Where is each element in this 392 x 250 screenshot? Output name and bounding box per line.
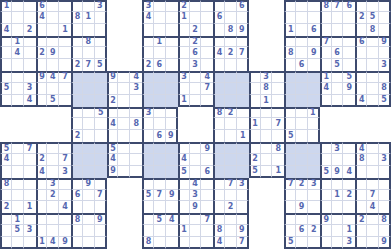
cell-r0c14[interactable]	[166, 0, 178, 12]
cell-r11c18[interactable]	[213, 130, 225, 142]
cell-r3c25[interactable]	[296, 36, 308, 48]
cell-r16c3[interactable]	[36, 190, 48, 202]
cell-r19c32[interactable]	[379, 225, 391, 237]
cell-r18c3[interactable]	[36, 213, 48, 225]
cell-r0c26[interactable]	[308, 0, 320, 12]
cell-r19c12[interactable]	[142, 225, 154, 237]
cell-r17c4[interactable]	[47, 201, 59, 213]
cell-r2c13[interactable]	[154, 24, 166, 36]
cell-r1c20[interactable]	[237, 12, 249, 24]
cell-r13c4[interactable]	[47, 154, 59, 166]
cell-r11c12[interactable]	[142, 130, 154, 142]
cell-r12c5[interactable]	[59, 142, 71, 154]
cell-r8c14[interactable]	[166, 95, 178, 107]
cell-r7c4[interactable]	[47, 83, 59, 95]
cell-r1c32[interactable]	[379, 12, 391, 24]
cell-r11c9[interactable]	[107, 130, 119, 142]
cell-r16c15[interactable]	[178, 190, 190, 202]
cell-r13c13[interactable]	[154, 154, 166, 166]
cell-r3c26[interactable]	[308, 36, 320, 48]
cell-r1c8[interactable]	[95, 12, 107, 24]
cell-r15c18[interactable]	[213, 178, 225, 190]
cell-r16c32[interactable]	[379, 190, 391, 202]
cell-r17c6[interactable]	[71, 201, 83, 213]
cell-r4c7[interactable]	[83, 47, 95, 59]
cell-r19c14[interactable]	[166, 225, 178, 237]
cell-r3c8[interactable]	[95, 36, 107, 48]
cell-r0c4[interactable]	[47, 0, 59, 12]
cell-r18c24[interactable]	[284, 213, 296, 225]
cell-r4c17[interactable]	[201, 47, 213, 59]
cell-r0c7[interactable]	[83, 0, 95, 12]
cell-r4c5[interactable]	[59, 47, 71, 59]
cell-r2c15[interactable]	[178, 24, 190, 36]
cell-r0c30[interactable]	[355, 0, 367, 12]
cell-r13c14[interactable]	[166, 154, 178, 166]
cell-r11c8[interactable]	[95, 130, 107, 142]
cell-r0c13[interactable]	[154, 0, 166, 12]
cell-r14c24[interactable]	[284, 166, 296, 178]
cell-r3c4[interactable]	[47, 36, 59, 48]
cell-r7c26[interactable]	[308, 83, 320, 95]
cell-r8c28[interactable]	[332, 95, 344, 107]
cell-r14c22[interactable]	[261, 166, 273, 178]
cell-r4c30[interactable]	[355, 47, 367, 59]
cell-r3c3[interactable]	[36, 36, 48, 48]
cell-r3c15[interactable]	[178, 36, 190, 48]
cell-r6c8[interactable]	[95, 71, 107, 83]
cell-r5c14[interactable]	[166, 59, 178, 71]
cell-r10c13[interactable]	[154, 118, 166, 130]
cell-r10c26[interactable]	[308, 118, 320, 130]
cell-r6c6[interactable]	[71, 71, 83, 83]
cell-r7c13[interactable]	[154, 83, 166, 95]
cell-r10c12[interactable]	[142, 118, 154, 130]
cell-r4c31[interactable]	[367, 47, 379, 59]
cell-r12c19[interactable]	[225, 142, 237, 154]
cell-r19c0[interactable]	[0, 225, 12, 237]
cell-r6c7[interactable]	[83, 71, 95, 83]
cell-r19c13[interactable]	[154, 225, 166, 237]
cell-r20c30[interactable]	[355, 237, 367, 249]
cell-r14c10[interactable]	[118, 166, 130, 178]
cell-r12c27[interactable]	[320, 142, 332, 154]
cell-r2c18[interactable]	[213, 24, 225, 36]
cell-r12c12[interactable]	[142, 142, 154, 154]
cell-r9c25[interactable]	[296, 107, 308, 119]
cell-r5c29[interactable]	[343, 59, 355, 71]
cell-r5c30[interactable]	[355, 59, 367, 71]
cell-r11c25[interactable]	[296, 130, 308, 142]
cell-r1c17[interactable]	[201, 12, 213, 24]
cell-r17c26[interactable]	[308, 201, 320, 213]
cell-r15c32[interactable]	[379, 178, 391, 190]
cell-r0c17[interactable]	[201, 0, 213, 12]
cell-r9c22[interactable]	[261, 107, 273, 119]
cell-r17c32[interactable]	[379, 201, 391, 213]
cell-r2c14[interactable]	[166, 24, 178, 36]
cell-r14c18[interactable]	[213, 166, 225, 178]
cell-r10c24[interactable]	[284, 118, 296, 130]
cell-r12c16[interactable]	[190, 142, 202, 154]
cell-r5c2[interactable]	[24, 59, 36, 71]
cell-r15c17[interactable]	[201, 178, 213, 190]
cell-r15c5[interactable]	[59, 178, 71, 190]
cell-r20c8[interactable]	[95, 237, 107, 249]
cell-r14c19[interactable]	[225, 166, 237, 178]
cell-r13c26[interactable]	[308, 154, 320, 166]
cell-r18c25[interactable]	[296, 213, 308, 225]
cell-r17c18[interactable]	[213, 201, 225, 213]
cell-r15c14[interactable]	[166, 178, 178, 190]
cell-r20c26[interactable]	[308, 237, 320, 249]
cell-r8c12[interactable]	[142, 95, 154, 107]
cell-r13c17[interactable]	[201, 154, 213, 166]
cell-r5c31[interactable]	[367, 59, 379, 71]
cell-r12c22[interactable]	[261, 142, 273, 154]
cell-r7c28[interactable]	[332, 83, 344, 95]
cell-r7c19[interactable]	[225, 83, 237, 95]
cell-r6c32[interactable]	[379, 71, 391, 83]
cell-r0c1[interactable]	[12, 0, 24, 12]
cell-r10c14[interactable]	[166, 118, 178, 130]
cell-r1c28[interactable]	[332, 12, 344, 24]
cell-r7c12[interactable]	[142, 83, 154, 95]
cell-r8c5[interactable]	[59, 95, 71, 107]
cell-r9c13[interactable]	[154, 107, 166, 119]
cell-r1c13[interactable]	[154, 12, 166, 24]
cell-r12c11[interactable]	[130, 142, 142, 154]
cell-r9c9[interactable]	[107, 107, 119, 119]
cell-r9c14[interactable]	[166, 107, 178, 119]
cell-r13c12[interactable]	[142, 154, 154, 166]
cell-r13c1[interactable]	[12, 154, 24, 166]
cell-r17c8[interactable]	[95, 201, 107, 213]
cell-r5c24[interactable]	[284, 59, 296, 71]
cell-r18c28[interactable]	[332, 213, 344, 225]
cell-r20c15[interactable]	[178, 237, 190, 249]
cell-r17c30[interactable]	[355, 201, 367, 213]
cell-r14c4[interactable]	[47, 166, 59, 178]
cell-r5c26[interactable]	[308, 59, 320, 71]
cell-r19c7[interactable]	[83, 225, 95, 237]
cell-r12c29[interactable]	[343, 142, 355, 154]
cell-r13c19[interactable]	[225, 154, 237, 166]
cell-r6c24[interactable]	[284, 71, 296, 83]
cell-r18c31[interactable]	[367, 213, 379, 225]
cell-r1c4[interactable]	[47, 12, 59, 24]
cell-r12c31[interactable]	[367, 142, 379, 154]
cell-r14c31[interactable]	[367, 166, 379, 178]
cell-r16c19[interactable]	[225, 190, 237, 202]
cell-r20c17[interactable]	[201, 237, 213, 249]
cell-r16c30[interactable]	[355, 190, 367, 202]
cell-r7c3[interactable]	[36, 83, 48, 95]
cell-r7c20[interactable]	[237, 83, 249, 95]
cell-r15c31[interactable]	[367, 178, 379, 190]
cell-r0c6[interactable]	[71, 0, 83, 12]
cell-r15c30[interactable]	[355, 178, 367, 190]
cell-r19c6[interactable]	[71, 225, 83, 237]
cell-r16c18[interactable]	[213, 190, 225, 202]
cell-r4c6[interactable]	[71, 47, 83, 59]
cell-r10c7[interactable]	[83, 118, 95, 130]
cell-r7c15[interactable]	[178, 83, 190, 95]
cell-r13c20[interactable]	[237, 154, 249, 166]
cell-r16c17[interactable]	[201, 190, 213, 202]
cell-r19c8[interactable]	[95, 225, 107, 237]
cell-r10c18[interactable]	[213, 118, 225, 130]
cell-r10c25[interactable]	[296, 118, 308, 130]
cell-r11c23[interactable]	[272, 130, 284, 142]
cell-r17c14[interactable]	[166, 201, 178, 213]
cell-r17c20[interactable]	[237, 201, 249, 213]
cell-r17c1[interactable]	[12, 201, 24, 213]
cell-r0c32[interactable]	[379, 0, 391, 12]
cell-r13c29[interactable]	[343, 154, 355, 166]
cell-r18c12[interactable]	[142, 213, 154, 225]
cell-r0c16[interactable]	[190, 0, 202, 12]
cell-r17c13[interactable]	[154, 201, 166, 213]
cell-r11c19[interactable]	[225, 130, 237, 142]
cell-r13c23[interactable]	[272, 154, 284, 166]
cell-r11c11[interactable]	[130, 130, 142, 142]
cell-r7c18[interactable]	[213, 83, 225, 95]
cell-r7c30[interactable]	[355, 83, 367, 95]
cell-r13c8[interactable]	[95, 154, 107, 166]
cell-r20c19[interactable]	[225, 237, 237, 249]
cell-r1c29[interactable]	[343, 12, 355, 24]
cell-r3c12[interactable]	[142, 36, 154, 48]
cell-r12c32[interactable]	[379, 142, 391, 154]
cell-r8c20[interactable]	[237, 95, 249, 107]
cell-r10c10[interactable]	[118, 118, 130, 130]
cell-r6c25[interactable]	[296, 71, 308, 83]
cell-r14c16[interactable]	[190, 166, 202, 178]
cell-r6c26[interactable]	[308, 71, 320, 83]
cell-r2c1[interactable]	[12, 24, 24, 36]
cell-r14c1[interactable]	[12, 166, 24, 178]
cell-r16c2[interactable]	[24, 190, 36, 202]
cell-r7c6[interactable]	[71, 83, 83, 95]
cell-r7c7[interactable]	[83, 83, 95, 95]
cell-r7c10[interactable]	[118, 83, 130, 95]
cell-r17c29[interactable]	[343, 201, 355, 213]
cell-r17c28[interactable]	[332, 201, 344, 213]
cell-r18c15[interactable]	[178, 213, 190, 225]
cell-r7c31[interactable]	[367, 83, 379, 95]
cell-r4c29[interactable]	[343, 47, 355, 59]
cell-r0c31[interactable]	[367, 0, 379, 12]
cell-r6c13[interactable]	[154, 71, 166, 83]
cell-r13c2[interactable]	[24, 154, 36, 166]
cell-r0c2[interactable]	[24, 0, 36, 12]
cell-r19c19[interactable]	[225, 225, 237, 237]
cell-r1c16[interactable]	[190, 12, 202, 24]
cell-r14c26[interactable]	[308, 166, 320, 178]
cell-r17c27[interactable]	[320, 201, 332, 213]
cell-r16c0[interactable]	[0, 190, 12, 202]
cell-r7c9[interactable]	[107, 83, 119, 95]
cell-r4c2[interactable]	[24, 47, 36, 59]
cell-r0c5[interactable]	[59, 0, 71, 12]
cell-r9c20[interactable]	[237, 107, 249, 119]
cell-r12c8[interactable]	[95, 142, 107, 154]
cell-r2c30[interactable]	[355, 24, 367, 36]
cell-r2c4[interactable]	[47, 24, 59, 36]
cell-r17c15[interactable]	[178, 201, 190, 213]
cell-r12c18[interactable]	[213, 142, 225, 154]
cell-r2c27[interactable]	[320, 24, 332, 36]
cell-r5c5[interactable]	[59, 59, 71, 71]
cell-r12c25[interactable]	[296, 142, 308, 154]
cell-r4c13[interactable]	[154, 47, 166, 59]
cell-r3c31[interactable]	[367, 36, 379, 48]
cell-r7c8[interactable]	[95, 83, 107, 95]
cell-r13c27[interactable]	[320, 154, 332, 166]
cell-r8c1[interactable]	[12, 95, 24, 107]
cell-r12c4[interactable]	[47, 142, 59, 154]
cell-r1c0[interactable]	[0, 12, 12, 24]
cell-r8c31[interactable]	[367, 95, 379, 107]
cell-r4c12[interactable]	[142, 47, 154, 59]
cell-r20c25[interactable]	[296, 237, 308, 249]
cell-r17c17[interactable]	[201, 201, 213, 213]
cell-r0c25[interactable]	[296, 0, 308, 12]
cell-r6c2[interactable]	[24, 71, 36, 83]
cell-r7c14[interactable]	[166, 83, 178, 95]
cell-r14c30[interactable]	[355, 166, 367, 178]
cell-r6c20[interactable]	[237, 71, 249, 83]
cell-r1c2[interactable]	[24, 12, 36, 24]
cell-r4c25[interactable]	[296, 47, 308, 59]
cell-r19c27[interactable]	[320, 225, 332, 237]
cell-r20c13[interactable]	[154, 237, 166, 249]
cell-r14c0[interactable]	[0, 166, 12, 178]
cell-r8c6[interactable]	[71, 95, 83, 107]
cell-r12c13[interactable]	[154, 142, 166, 154]
cell-r3c18[interactable]	[213, 36, 225, 48]
cell-r1c19[interactable]	[225, 12, 237, 24]
cell-r6c28[interactable]	[332, 71, 344, 83]
cell-r12c7[interactable]	[83, 142, 95, 154]
cell-r10c19[interactable]	[225, 118, 237, 130]
cell-r14c12[interactable]	[142, 166, 154, 178]
cell-r7c16[interactable]	[190, 83, 202, 95]
cell-r13c28[interactable]	[332, 154, 344, 166]
cell-r20c7[interactable]	[83, 237, 95, 249]
cell-r9c10[interactable]	[118, 107, 130, 119]
cell-r18c2[interactable]	[24, 213, 36, 225]
cell-r16c7[interactable]	[83, 190, 95, 202]
cell-r2c32[interactable]	[379, 24, 391, 36]
cell-r20c0[interactable]	[0, 237, 12, 249]
cell-r14c13[interactable]	[154, 166, 166, 178]
cell-r9c7[interactable]	[83, 107, 95, 119]
cell-r6c31[interactable]	[367, 71, 379, 83]
cell-r7c1[interactable]	[12, 83, 24, 95]
cell-r2c7[interactable]	[83, 24, 95, 36]
cell-r4c0[interactable]	[0, 47, 12, 59]
cell-r6c14[interactable]	[166, 71, 178, 83]
cell-r7c5[interactable]	[59, 83, 71, 95]
cell-r2c28[interactable]	[332, 24, 344, 36]
cell-r5c27[interactable]	[320, 59, 332, 71]
cell-r5c18[interactable]	[213, 59, 225, 71]
cell-r10c22[interactable]	[261, 118, 273, 130]
cell-r8c7[interactable]	[83, 95, 95, 107]
cell-r18c16[interactable]	[190, 213, 202, 225]
cell-r8c27[interactable]	[320, 95, 332, 107]
cell-r19c17[interactable]	[201, 225, 213, 237]
cell-r2c29[interactable]	[343, 24, 355, 36]
cell-r18c7[interactable]	[83, 213, 95, 225]
cell-r20c1[interactable]	[12, 237, 24, 249]
cell-r16c1[interactable]	[12, 190, 24, 202]
cell-r15c6[interactable]	[71, 178, 83, 190]
cell-r18c18[interactable]	[213, 213, 225, 225]
cell-r8c24[interactable]	[284, 95, 296, 107]
cell-r11c26[interactable]	[308, 130, 320, 142]
cell-r16c25[interactable]	[296, 190, 308, 202]
cell-r17c12[interactable]	[142, 201, 154, 213]
cell-r15c8[interactable]	[95, 178, 107, 190]
cell-r9c24[interactable]	[284, 107, 296, 119]
cell-r18c29[interactable]	[343, 213, 355, 225]
cell-r5c19[interactable]	[225, 59, 237, 71]
cell-r5c1[interactable]	[12, 59, 24, 71]
cell-r12c26[interactable]	[308, 142, 320, 154]
cell-r14c25[interactable]	[296, 166, 308, 178]
cell-r17c7[interactable]	[83, 201, 95, 213]
cell-r8c19[interactable]	[225, 95, 237, 107]
cell-r7c23[interactable]	[272, 83, 284, 95]
cell-r19c5[interactable]	[59, 225, 71, 237]
cell-r6c12[interactable]	[142, 71, 154, 83]
cell-r4c27[interactable]	[320, 47, 332, 59]
cell-r14c2[interactable]	[24, 166, 36, 178]
cell-r6c23[interactable]	[272, 71, 284, 83]
cell-r11c22[interactable]	[261, 130, 273, 142]
cell-r13c10[interactable]	[118, 154, 130, 166]
cell-r19c4[interactable]	[47, 225, 59, 237]
cell-r5c20[interactable]	[237, 59, 249, 71]
cell-r6c1[interactable]	[12, 71, 24, 83]
cell-r13c18[interactable]	[213, 154, 225, 166]
cell-r0c24[interactable]	[284, 0, 296, 12]
cell-r14c20[interactable]	[237, 166, 249, 178]
cell-r19c28[interactable]	[332, 225, 344, 237]
cell-r14c32[interactable]	[379, 166, 391, 178]
cell-r9c23[interactable]	[272, 107, 284, 119]
cell-r15c29[interactable]	[343, 178, 355, 190]
cell-r6c21[interactable]	[249, 71, 261, 83]
cell-r6c18[interactable]	[213, 71, 225, 83]
cell-r13c6[interactable]	[71, 154, 83, 166]
cell-r4c8[interactable]	[95, 47, 107, 59]
cell-r5c17[interactable]	[201, 59, 213, 71]
cell-r0c18[interactable]	[213, 0, 225, 12]
cell-r2c12[interactable]	[142, 24, 154, 36]
cell-r14c8[interactable]	[95, 166, 107, 178]
cell-r10c6[interactable]	[71, 118, 83, 130]
cell-r15c12[interactable]	[142, 178, 154, 190]
cell-r2c6[interactable]	[71, 24, 83, 36]
cell-r13c11[interactable]	[130, 154, 142, 166]
cell-r12c20[interactable]	[237, 142, 249, 154]
cell-r3c14[interactable]	[166, 36, 178, 48]
cell-r7c21[interactable]	[249, 83, 261, 95]
